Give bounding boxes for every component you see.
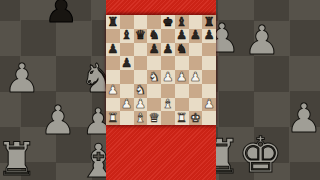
black-queen: ♛ xyxy=(135,29,146,42)
black-rook: ♜ xyxy=(204,15,215,28)
square-e4: ♟ xyxy=(161,70,175,84)
black-pawn: ♟ xyxy=(176,29,187,42)
white-pawn: ♟ xyxy=(176,70,187,83)
white-pawn: ♟ xyxy=(204,98,215,111)
square-g4: ♟ xyxy=(189,70,203,84)
square-c5 xyxy=(134,56,148,70)
black-pawn: ♟ xyxy=(107,43,118,56)
square-f1: ♜ xyxy=(175,111,189,125)
bg-white-rook: ♜ xyxy=(0,136,37,180)
square-a6: ♟ xyxy=(106,43,120,57)
square-b4 xyxy=(120,70,134,84)
white-rook: ♜ xyxy=(176,111,187,124)
square-d6: ♟ xyxy=(147,43,161,57)
square-g7: ♟ xyxy=(189,29,203,43)
square-a3: ♟ xyxy=(106,84,120,98)
bg-black-pawn: ♟ xyxy=(44,0,78,28)
square-b7: ♝ xyxy=(120,29,134,43)
white-pawn: ♟ xyxy=(121,98,132,111)
bg-white-pawn: ♟ xyxy=(244,20,280,60)
black-pawn: ♟ xyxy=(162,43,173,56)
white-knight: ♞ xyxy=(149,70,160,83)
bg-white-king: ♚ xyxy=(238,130,283,180)
white-queen: ♛ xyxy=(149,111,160,124)
black-king: ♚ xyxy=(162,15,173,28)
square-c1: ♝ xyxy=(134,111,148,125)
square-h6 xyxy=(202,43,216,57)
black-pawn: ♟ xyxy=(149,43,160,56)
square-g6 xyxy=(189,43,203,57)
square-b2: ♟ xyxy=(120,98,134,112)
black-pawn: ♟ xyxy=(204,29,215,42)
square-d1: ♛ xyxy=(147,111,161,125)
square-d3 xyxy=(147,84,161,98)
white-bishop: ♝ xyxy=(162,98,173,111)
square-d4: ♞ xyxy=(147,70,161,84)
square-g1: ♚ xyxy=(189,111,203,125)
chess-board: ♜♚♝♜♝♛♞♟♟♟♟♟♟♞♟♞♟♟♟♟♞♟♟♝♟♜♝♛♜♚ xyxy=(106,15,216,125)
white-pawn: ♟ xyxy=(107,84,118,97)
square-h2: ♟ xyxy=(202,98,216,112)
square-h1 xyxy=(202,111,216,125)
white-bishop: ♝ xyxy=(135,111,146,124)
black-rook: ♜ xyxy=(107,15,118,28)
square-a5 xyxy=(106,56,120,70)
square-f3 xyxy=(175,84,189,98)
square-h5 xyxy=(202,56,216,70)
white-knight: ♞ xyxy=(135,84,146,97)
black-bishop: ♝ xyxy=(121,29,132,42)
square-a1: ♜ xyxy=(106,111,120,125)
square-e8: ♚ xyxy=(161,15,175,29)
square-e2: ♝ xyxy=(161,98,175,112)
square-b1 xyxy=(120,111,134,125)
white-rook: ♜ xyxy=(107,111,118,124)
video-red-column[interactable]: ♜♚♝♜♝♛♞♟♟♟♟♟♟♞♟♞♟♟♟♟♞♟♟♝♟♜♝♛♜♚ xyxy=(106,0,216,180)
white-king: ♚ xyxy=(190,111,201,124)
square-e1 xyxy=(161,111,175,125)
square-h7: ♟ xyxy=(202,29,216,43)
black-knight: ♞ xyxy=(176,43,187,56)
square-e6: ♟ xyxy=(161,43,175,57)
white-pawn: ♟ xyxy=(190,70,201,83)
square-b5: ♟ xyxy=(120,56,134,70)
bg-white-pawn: ♟ xyxy=(40,100,76,140)
square-g3 xyxy=(189,84,203,98)
square-c6 xyxy=(134,43,148,57)
bg-white-pawn: ♟ xyxy=(286,98,320,138)
square-f4: ♟ xyxy=(175,70,189,84)
bg-white-pawn: ♟ xyxy=(4,58,40,98)
black-knight: ♞ xyxy=(149,29,160,42)
black-pawn: ♟ xyxy=(121,56,132,69)
square-f6: ♞ xyxy=(175,43,189,57)
black-pawn: ♟ xyxy=(190,29,201,42)
video-frame: ♟♟♞♟♟♜♝♟♟♟♜♚ ♜♚♝♜♝♛♞♟♟♟♟♟♟♞♟♞♟♟♟♟♞♟♟♝♟♜♝… xyxy=(0,0,320,180)
square-a8: ♜ xyxy=(106,15,120,29)
square-c7: ♛ xyxy=(134,29,148,43)
white-pawn: ♟ xyxy=(162,70,173,83)
square-h4 xyxy=(202,70,216,84)
black-bishop: ♝ xyxy=(176,15,187,28)
white-pawn: ♟ xyxy=(135,98,146,111)
